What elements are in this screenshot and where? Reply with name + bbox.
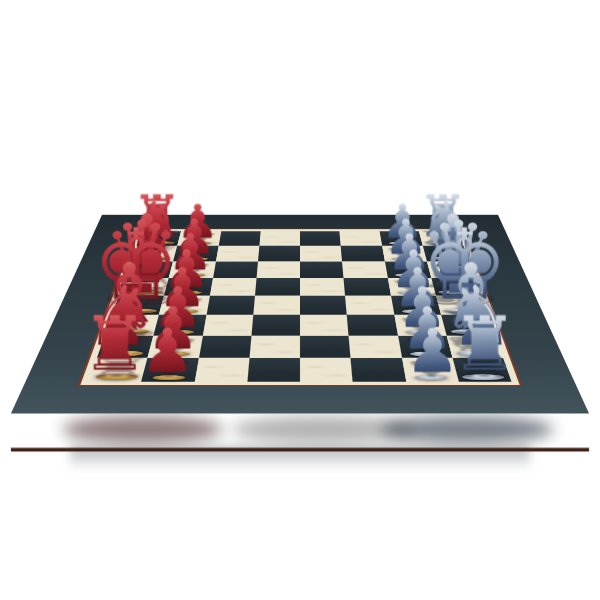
square-g4 — [249, 335, 300, 357]
square-e4 — [253, 296, 300, 315]
square-b4 — [258, 246, 300, 262]
front-edge-reflection-red — [63, 416, 223, 443]
square-a4 — [259, 231, 300, 246]
red-pawn-h2: ♟♟ — [102, 321, 234, 382]
square-h2: ♟♟ — [141, 358, 198, 382]
square-b5 — [300, 246, 342, 262]
square-a5 — [300, 231, 341, 246]
square-d4 — [255, 278, 300, 296]
product-photo-background: ♜♜♟♟♟♟♜♜♞♞♟♟♟♟♞♞♝♝♟♟♟♟♝♝♛♛♟♟♟♟♛♛♚♚♟♟♟♟♚♚… — [0, 0, 600, 600]
board-grid: ♜♜♟♟♟♟♜♜♞♞♟♟♟♟♞♞♝♝♟♟♟♟♝♝♛♛♟♟♟♟♛♛♚♚♟♟♟♟♚♚… — [89, 231, 512, 382]
square-g5 — [300, 335, 351, 357]
square-h5 — [300, 358, 353, 382]
square-h4 — [247, 358, 300, 382]
blue-rook-h8: ♜♜ — [419, 307, 551, 382]
front-edge-reflection-blue — [381, 416, 553, 443]
square-d5 — [300, 278, 345, 296]
square-h8: ♜♜ — [452, 358, 511, 382]
board-front-edge — [11, 413, 589, 451]
square-f4 — [251, 315, 300, 336]
square-f5 — [300, 315, 349, 336]
square-c4 — [256, 261, 300, 278]
scene: ♜♜♟♟♟♟♜♜♞♞♟♟♟♟♞♞♝♝♟♟♟♟♝♝♛♛♟♟♟♟♛♛♚♚♟♟♟♟♚♚… — [0, 0, 600, 600]
chessboard-frame: ♜♜♟♟♟♟♜♜♞♞♟♟♟♟♞♞♝♝♟♟♟♟♝♝♛♛♟♟♟♟♛♛♚♚♟♟♟♟♚♚… — [11, 215, 589, 414]
square-c5 — [300, 261, 344, 278]
square-e5 — [300, 296, 347, 315]
